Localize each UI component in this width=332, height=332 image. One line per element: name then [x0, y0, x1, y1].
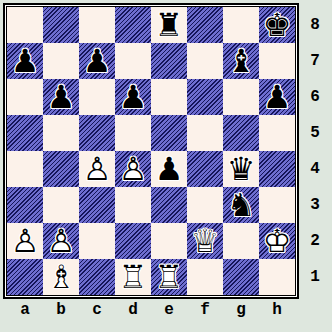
square-d5[interactable]	[115, 115, 151, 151]
piece-outline-layer: ♖	[151, 259, 187, 295]
piece-outline-layer: ♟	[259, 79, 295, 115]
piece-outline-layer: ♟	[79, 43, 115, 79]
square-c4[interactable]: ♟♙	[79, 151, 115, 187]
piece-outline-layer: ♙	[79, 151, 115, 187]
square-h6[interactable]: ♟♟	[259, 79, 295, 115]
piece-white-pawn-a2[interactable]: ♟♙	[7, 223, 43, 259]
square-g4[interactable]: ♛♛	[223, 151, 259, 187]
rank-label-3: 3	[300, 187, 330, 223]
square-e7[interactable]	[151, 43, 187, 79]
piece-black-pawn-b6[interactable]: ♟♟	[43, 79, 79, 115]
piece-outline-layer: ♗	[43, 259, 79, 295]
square-g6[interactable]	[223, 79, 259, 115]
chess-board: ♜♜♚♚♟♟♟♟♝♝♟♟♟♟♟♟♟♙♟♙♟♟♛♛♞♞♟♙♟♙♛♕♚♔♝♗♜♖♜♖	[6, 6, 296, 296]
square-e1[interactable]: ♜♖	[151, 259, 187, 295]
piece-outline-layer: ♞	[223, 187, 259, 223]
square-f3[interactable]	[187, 187, 223, 223]
piece-outline-layer: ♕	[187, 223, 223, 259]
square-d6[interactable]: ♟♟	[115, 79, 151, 115]
square-g8[interactable]	[223, 7, 259, 43]
piece-black-pawn-e4[interactable]: ♟♟	[151, 151, 187, 187]
square-f1[interactable]	[187, 259, 223, 295]
piece-white-rook-d1[interactable]: ♜♖	[115, 259, 151, 295]
square-f8[interactable]	[187, 7, 223, 43]
piece-outline-layer: ♝	[223, 43, 259, 79]
piece-white-pawn-b2[interactable]: ♟♙	[43, 223, 79, 259]
rank-label-1: 1	[300, 259, 330, 295]
piece-black-pawn-d6[interactable]: ♟♟	[115, 79, 151, 115]
square-g3[interactable]: ♞♞	[223, 187, 259, 223]
square-e2[interactable]	[151, 223, 187, 259]
square-d2[interactable]	[115, 223, 151, 259]
file-labels: abcdefgh	[7, 301, 295, 319]
square-e3[interactable]	[151, 187, 187, 223]
piece-black-king-h8[interactable]: ♚♚	[259, 7, 295, 43]
square-a2[interactable]: ♟♙	[7, 223, 43, 259]
square-d3[interactable]	[115, 187, 151, 223]
square-b5[interactable]	[43, 115, 79, 151]
square-g1[interactable]	[223, 259, 259, 295]
piece-outline-layer: ♟	[43, 79, 79, 115]
file-label-a: a	[7, 301, 43, 319]
square-f7[interactable]	[187, 43, 223, 79]
square-h1[interactable]	[259, 259, 295, 295]
square-e6[interactable]	[151, 79, 187, 115]
square-a6[interactable]	[7, 79, 43, 115]
rank-label-2: 2	[300, 223, 330, 259]
rank-label-5: 5	[300, 115, 330, 151]
piece-black-rook-e8[interactable]: ♜♜	[151, 7, 187, 43]
piece-black-pawn-h6[interactable]: ♟♟	[259, 79, 295, 115]
piece-outline-layer: ♟	[115, 79, 151, 115]
square-d4[interactable]: ♟♙	[115, 151, 151, 187]
square-b1[interactable]: ♝♗	[43, 259, 79, 295]
square-a3[interactable]	[7, 187, 43, 223]
square-a8[interactable]	[7, 7, 43, 43]
square-c5[interactable]	[79, 115, 115, 151]
piece-outline-layer: ♛	[223, 151, 259, 187]
square-h7[interactable]	[259, 43, 295, 79]
square-e5[interactable]	[151, 115, 187, 151]
square-g5[interactable]	[223, 115, 259, 151]
chess-diagram: ♜♜♚♚♟♟♟♟♝♝♟♟♟♟♟♟♟♙♟♙♟♟♛♛♞♞♟♙♟♙♛♕♚♔♝♗♜♖♜♖…	[0, 0, 332, 332]
file-label-h: h	[259, 301, 295, 319]
square-e8[interactable]: ♜♜	[151, 7, 187, 43]
square-h3[interactable]	[259, 187, 295, 223]
piece-outline-layer: ♜	[151, 7, 187, 43]
square-d8[interactable]	[115, 7, 151, 43]
piece-outline-layer: ♟	[7, 43, 43, 79]
piece-white-pawn-c4[interactable]: ♟♙	[79, 151, 115, 187]
piece-outline-layer: ♟	[151, 151, 187, 187]
square-f5[interactable]	[187, 115, 223, 151]
square-b2[interactable]: ♟♙	[43, 223, 79, 259]
piece-outline-layer: ♚	[259, 7, 295, 43]
square-g7[interactable]: ♝♝	[223, 43, 259, 79]
piece-black-pawn-c7[interactable]: ♟♟	[79, 43, 115, 79]
square-b8[interactable]	[43, 7, 79, 43]
square-h4[interactable]	[259, 151, 295, 187]
piece-outline-layer: ♔	[259, 223, 295, 259]
square-b4[interactable]	[43, 151, 79, 187]
piece-white-queen-f2[interactable]: ♛♕	[187, 223, 223, 259]
rank-labels: 87654321	[300, 7, 330, 295]
file-label-c: c	[79, 301, 115, 319]
square-c6[interactable]	[79, 79, 115, 115]
rank-label-7: 7	[300, 43, 330, 79]
square-a5[interactable]	[7, 115, 43, 151]
file-label-f: f	[187, 301, 223, 319]
square-a7[interactable]: ♟♟	[7, 43, 43, 79]
piece-outline-layer: ♙	[7, 223, 43, 259]
square-a1[interactable]	[7, 259, 43, 295]
file-label-d: d	[115, 301, 151, 319]
square-h8[interactable]: ♚♚	[259, 7, 295, 43]
rank-label-4: 4	[300, 151, 330, 187]
square-h5[interactable]	[259, 115, 295, 151]
square-e4[interactable]: ♟♟	[151, 151, 187, 187]
square-d7[interactable]	[115, 43, 151, 79]
piece-white-king-h2[interactable]: ♚♔	[259, 223, 295, 259]
piece-white-pawn-d4[interactable]: ♟♙	[115, 151, 151, 187]
piece-outline-layer: ♖	[115, 259, 151, 295]
piece-black-pawn-a7[interactable]: ♟♟	[7, 43, 43, 79]
square-h2[interactable]: ♚♔	[259, 223, 295, 259]
piece-black-queen-g4[interactable]: ♛♛	[223, 151, 259, 187]
piece-white-rook-e1[interactable]: ♜♖	[151, 259, 187, 295]
square-b6[interactable]: ♟♟	[43, 79, 79, 115]
file-label-b: b	[43, 301, 79, 319]
square-a4[interactable]	[7, 151, 43, 187]
piece-black-knight-g3[interactable]: ♞♞	[223, 187, 259, 223]
file-label-e: e	[151, 301, 187, 319]
square-f4[interactable]	[187, 151, 223, 187]
piece-outline-layer: ♙	[43, 223, 79, 259]
square-c3[interactable]	[79, 187, 115, 223]
square-d1[interactable]: ♜♖	[115, 259, 151, 295]
square-f6[interactable]	[187, 79, 223, 115]
piece-white-bishop-b1[interactable]: ♝♗	[43, 259, 79, 295]
rank-label-6: 6	[300, 79, 330, 115]
square-g2[interactable]	[223, 223, 259, 259]
file-label-g: g	[223, 301, 259, 319]
piece-black-bishop-g7[interactable]: ♝♝	[223, 43, 259, 79]
piece-outline-layer: ♙	[115, 151, 151, 187]
square-c8[interactable]	[79, 7, 115, 43]
square-c7[interactable]: ♟♟	[79, 43, 115, 79]
square-b7[interactable]	[43, 43, 79, 79]
rank-label-8: 8	[300, 7, 330, 43]
board-frame: ♜♜♚♚♟♟♟♟♝♝♟♟♟♟♟♟♟♙♟♙♟♟♛♛♞♞♟♙♟♙♛♕♚♔♝♗♜♖♜♖	[3, 3, 299, 299]
square-f2[interactable]: ♛♕	[187, 223, 223, 259]
square-c2[interactable]	[79, 223, 115, 259]
square-b3[interactable]	[43, 187, 79, 223]
square-c1[interactable]	[79, 259, 115, 295]
